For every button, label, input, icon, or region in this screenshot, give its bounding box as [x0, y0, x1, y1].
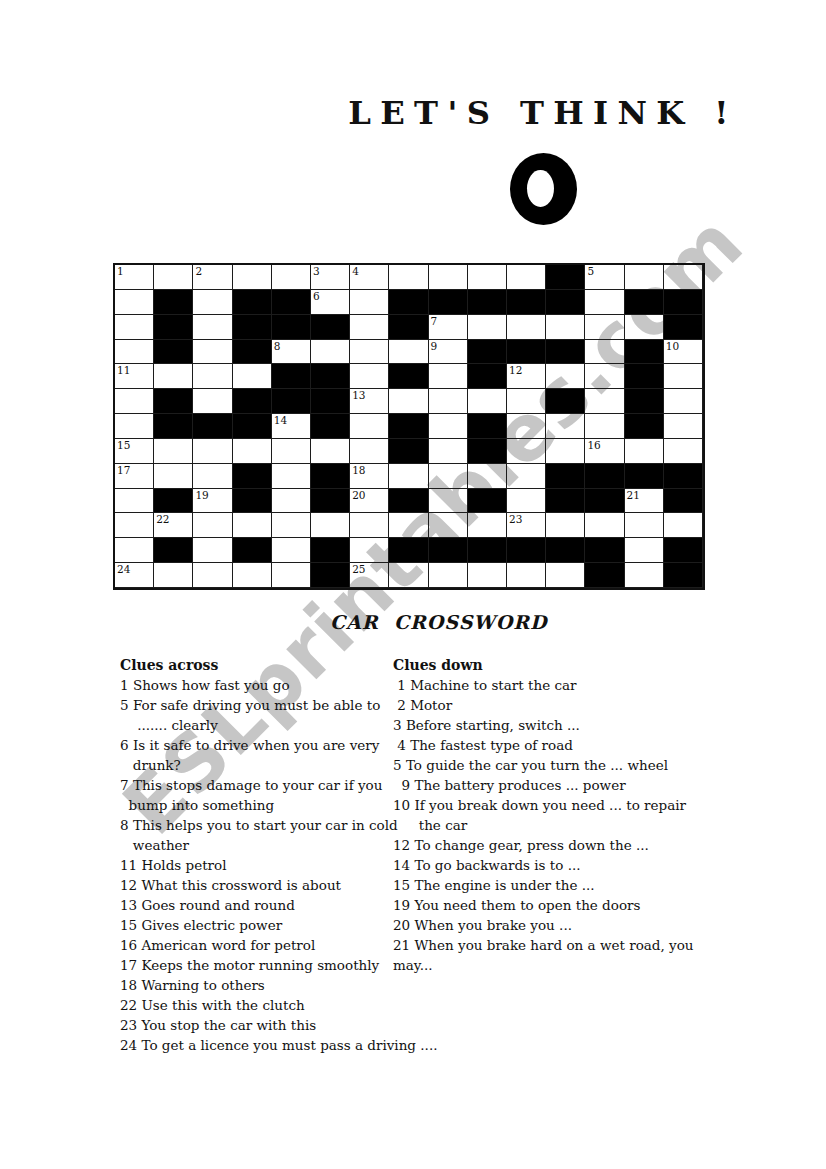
cell-r9c14 — [625, 464, 664, 489]
cell-r1c15[interactable] — [664, 265, 703, 290]
cell-r5c1[interactable]: 11 — [115, 364, 154, 389]
cell-r2c11 — [507, 290, 546, 315]
cell-r1c14[interactable] — [625, 265, 664, 290]
cell-r13c7[interactable]: 25 — [350, 563, 389, 588]
cell-r6c11[interactable] — [507, 389, 546, 414]
cell-r3c14[interactable] — [625, 315, 664, 340]
cell-r11c3[interactable] — [193, 513, 232, 538]
cell-r3c3[interactable] — [193, 315, 232, 340]
cell-r2c10 — [468, 290, 507, 315]
cell-r5c4[interactable] — [233, 364, 272, 389]
cell-r1c7[interactable]: 4 — [350, 265, 389, 290]
clue-down-line-12: 19 You need them to open the doors — [393, 895, 723, 915]
cell-r3c1[interactable] — [115, 315, 154, 340]
clue-down-line-3: 3 Before starting, switch ... — [393, 715, 723, 735]
cell-r4c14 — [625, 340, 664, 365]
cell-r10c1[interactable] — [115, 489, 154, 514]
cell-r13c9[interactable] — [429, 563, 468, 588]
cell-r1c4[interactable] — [233, 265, 272, 290]
cell-r3c2 — [154, 315, 193, 340]
clue-across-line-19: 24 To get a licence you must pass a driv… — [120, 1035, 450, 1055]
cell-r13c4[interactable] — [233, 563, 272, 588]
clue-number-16: 16 — [587, 439, 600, 451]
cell-r2c5 — [272, 290, 311, 315]
crossword-grid: 1234567891011121314151617181920212223242… — [113, 263, 705, 590]
cell-r10c3[interactable]: 19 — [193, 489, 232, 514]
cell-r4c9[interactable]: 9 — [429, 340, 468, 365]
cell-r11c5[interactable] — [272, 513, 311, 538]
cell-r1c12 — [546, 265, 585, 290]
cell-r7c11[interactable] — [507, 414, 546, 439]
cell-r4c10 — [468, 340, 507, 365]
clue-down-line-10: 14 To go backwards is to ... — [393, 855, 723, 875]
clue-down-line-2: 2 Motor — [393, 695, 723, 715]
cell-r12c8 — [389, 538, 428, 563]
cell-r3c6 — [311, 315, 350, 340]
cell-r12c2 — [154, 538, 193, 563]
cell-r7c15[interactable] — [664, 414, 703, 439]
cell-r4c5[interactable]: 8 — [272, 340, 311, 365]
cell-r11c12[interactable] — [546, 513, 585, 538]
cell-r13c6 — [311, 563, 350, 588]
cell-r12c12 — [546, 538, 585, 563]
clue-number-25: 25 — [352, 563, 365, 575]
cell-r3c10[interactable] — [468, 315, 507, 340]
cell-r2c6[interactable]: 6 — [311, 290, 350, 315]
cell-r1c10[interactable] — [468, 265, 507, 290]
cell-r5c12[interactable] — [546, 364, 585, 389]
clue-number-7: 7 — [431, 315, 438, 327]
cell-r11c1[interactable] — [115, 513, 154, 538]
cell-r7c10 — [468, 414, 507, 439]
clue-number-13: 13 — [352, 389, 365, 401]
clue-number-11: 11 — [117, 364, 130, 376]
cell-r9c9[interactable] — [429, 464, 468, 489]
cell-r6c10[interactable] — [468, 389, 507, 414]
cell-r6c12 — [546, 389, 585, 414]
cell-r13c12[interactable] — [546, 563, 585, 588]
cell-r7c12[interactable] — [546, 414, 585, 439]
cell-r9c11[interactable] — [507, 464, 546, 489]
cell-r10c14[interactable]: 21 — [625, 489, 664, 514]
cell-r8c5[interactable] — [272, 439, 311, 464]
cell-r4c11 — [507, 340, 546, 365]
cell-r5c6 — [311, 364, 350, 389]
cell-r7c2 — [154, 414, 193, 439]
cell-r4c2 — [154, 340, 193, 365]
cell-r5c7[interactable] — [350, 364, 389, 389]
cell-r8c7[interactable] — [350, 439, 389, 464]
clue-down-line-8: the car — [393, 815, 723, 835]
cell-r7c1[interactable] — [115, 414, 154, 439]
cell-r10c8 — [389, 489, 428, 514]
cell-r3c11[interactable] — [507, 315, 546, 340]
cell-r2c13[interactable] — [585, 290, 624, 315]
cell-r6c6 — [311, 389, 350, 414]
cell-r3c7[interactable] — [350, 315, 389, 340]
cell-r3c12[interactable] — [546, 315, 585, 340]
clue-across-line-16: 18 Warning to others — [120, 975, 450, 995]
cell-r13c1[interactable]: 24 — [115, 563, 154, 588]
cell-r7c6 — [311, 414, 350, 439]
cell-r2c8 — [389, 290, 428, 315]
cell-r6c15[interactable] — [664, 389, 703, 414]
cell-r11c13[interactable] — [585, 513, 624, 538]
cell-r4c6[interactable] — [311, 340, 350, 365]
cell-r6c14 — [625, 389, 664, 414]
cell-r11c14[interactable] — [625, 513, 664, 538]
cell-r8c10 — [468, 439, 507, 464]
cell-r4c8[interactable] — [389, 340, 428, 365]
cell-r8c12[interactable] — [546, 439, 585, 464]
cell-r2c12 — [546, 290, 585, 315]
cell-r9c2[interactable] — [154, 464, 193, 489]
cell-r4c4 — [233, 340, 272, 365]
clue-down-line-13: 20 When you brake you ... — [393, 915, 723, 935]
cell-r9c7[interactable]: 18 — [350, 464, 389, 489]
cell-r1c2[interactable] — [154, 265, 193, 290]
cell-r4c13[interactable] — [585, 340, 624, 365]
cell-r8c1[interactable]: 15 — [115, 439, 154, 464]
tire-icon — [510, 153, 577, 225]
cell-r2c14 — [625, 290, 664, 315]
cell-r3c4 — [233, 315, 272, 340]
cell-r9c12 — [546, 464, 585, 489]
cell-r10c6 — [311, 489, 350, 514]
clue-number-19: 19 — [195, 489, 208, 501]
cell-r9c15 — [664, 464, 703, 489]
cell-r2c9 — [429, 290, 468, 315]
cell-r3c9[interactable]: 7 — [429, 315, 468, 340]
cell-r11c2[interactable]: 22 — [154, 513, 193, 538]
cell-r11c4[interactable] — [233, 513, 272, 538]
cell-r1c5[interactable] — [272, 265, 311, 290]
cell-r6c3[interactable] — [193, 389, 232, 414]
cell-r12c9 — [429, 538, 468, 563]
cell-r8c2[interactable] — [154, 439, 193, 464]
clue-down-line-4: 4 The fastest type of road — [393, 735, 723, 755]
cell-r6c5 — [272, 389, 311, 414]
cell-r12c14[interactable] — [625, 538, 664, 563]
clue-number-17: 17 — [117, 464, 130, 476]
cell-r9c6 — [311, 464, 350, 489]
cell-r12c6 — [311, 538, 350, 563]
clues-down-header: Clues down — [393, 655, 723, 675]
cell-r4c1[interactable] — [115, 340, 154, 365]
cell-r12c15 — [664, 538, 703, 563]
cell-r1c8[interactable] — [389, 265, 428, 290]
cell-r5c15[interactable] — [664, 364, 703, 389]
cell-r13c2[interactable] — [154, 563, 193, 588]
cell-r10c11[interactable] — [507, 489, 546, 514]
cell-r6c13[interactable] — [585, 389, 624, 414]
cell-r13c5[interactable] — [272, 563, 311, 588]
page-title: LET'S THINK ! — [309, 93, 777, 131]
cell-r11c15[interactable] — [664, 513, 703, 538]
cell-r9c1[interactable]: 17 — [115, 464, 154, 489]
cell-r10c5[interactable] — [272, 489, 311, 514]
clue-number-24: 24 — [117, 563, 130, 575]
cell-r6c9[interactable] — [429, 389, 468, 414]
cell-r5c14 — [625, 364, 664, 389]
cell-r2c4 — [233, 290, 272, 315]
clue-down-line-7: 10 If you break down you need ... to rep… — [393, 795, 723, 815]
clue-number-6: 6 — [313, 290, 320, 302]
cell-r10c15 — [664, 489, 703, 514]
cell-r2c15 — [664, 290, 703, 315]
cell-r10c13 — [585, 489, 624, 514]
clue-number-18: 18 — [352, 464, 365, 476]
cell-r2c1[interactable] — [115, 290, 154, 315]
cell-r7c8 — [389, 414, 428, 439]
cell-r3c15 — [664, 315, 703, 340]
cell-r13c11[interactable] — [507, 563, 546, 588]
cell-r10c10 — [468, 489, 507, 514]
cell-r7c9[interactable] — [429, 414, 468, 439]
cell-r1c6[interactable]: 3 — [311, 265, 350, 290]
cell-r3c8 — [389, 315, 428, 340]
cell-r4c15[interactable]: 10 — [664, 340, 703, 365]
cell-r9c5[interactable] — [272, 464, 311, 489]
cell-r10c7[interactable]: 20 — [350, 489, 389, 514]
cell-r11c10[interactable] — [468, 513, 507, 538]
clue-across-line-17: 22 Use this with the clutch — [120, 995, 450, 1015]
clue-number-9: 9 — [431, 340, 438, 352]
cell-r3c5 — [272, 315, 311, 340]
cell-r5c10 — [468, 364, 507, 389]
clue-number-4: 4 — [352, 265, 359, 277]
cell-r4c3[interactable] — [193, 340, 232, 365]
cell-r13c3[interactable] — [193, 563, 232, 588]
clue-down-line-5: 5 To guide the car you turn the ... whee… — [393, 755, 723, 775]
clue-number-21: 21 — [627, 489, 640, 501]
cell-r10c12 — [546, 489, 585, 514]
cell-r12c10 — [468, 538, 507, 563]
cell-r5c13[interactable] — [585, 364, 624, 389]
cell-r13c13 — [585, 563, 624, 588]
cell-r8c13[interactable]: 16 — [585, 439, 624, 464]
cell-r10c4 — [233, 489, 272, 514]
cell-r7c5[interactable]: 14 — [272, 414, 311, 439]
clue-number-2: 2 — [195, 265, 202, 277]
cell-r6c7[interactable]: 13 — [350, 389, 389, 414]
clue-number-23: 23 — [509, 513, 522, 525]
cell-r9c3[interactable] — [193, 464, 232, 489]
clue-number-20: 20 — [352, 489, 365, 501]
cell-r8c4[interactable] — [233, 439, 272, 464]
cell-r11c6[interactable] — [311, 513, 350, 538]
cell-r5c9[interactable] — [429, 364, 468, 389]
cell-r6c4 — [233, 389, 272, 414]
cell-r3c13[interactable] — [585, 315, 624, 340]
cell-r8c14[interactable] — [625, 439, 664, 464]
cell-r9c13 — [585, 464, 624, 489]
cell-r8c3[interactable] — [193, 439, 232, 464]
clue-down-line-1: 1 Machine to start the car — [393, 675, 723, 695]
cell-r5c11[interactable]: 12 — [507, 364, 546, 389]
clue-across-line-18: 23 You stop the car with this — [120, 1015, 450, 1035]
cell-r11c11[interactable]: 23 — [507, 513, 546, 538]
cell-r4c12 — [546, 340, 585, 365]
cell-r7c4 — [233, 414, 272, 439]
clue-number-1: 1 — [117, 265, 124, 277]
clue-number-12: 12 — [509, 364, 522, 376]
cell-r7c13[interactable] — [585, 414, 624, 439]
clue-down-line-6: 9 The battery produces ... power — [393, 775, 723, 795]
crossword-subtitle: CAR CROSSWORD — [330, 611, 510, 633]
cell-r13c8[interactable] — [389, 563, 428, 588]
clue-number-8: 8 — [274, 340, 281, 352]
cell-r1c3[interactable]: 2 — [193, 265, 232, 290]
cell-r10c9[interactable] — [429, 489, 468, 514]
cell-r8c15[interactable] — [664, 439, 703, 464]
cell-r5c8 — [389, 364, 428, 389]
cell-r8c8 — [389, 439, 428, 464]
cell-r1c1[interactable]: 1 — [115, 265, 154, 290]
clue-number-14: 14 — [274, 414, 287, 426]
cell-r12c13 — [585, 538, 624, 563]
cell-r11c7[interactable] — [350, 513, 389, 538]
cell-r12c1[interactable] — [115, 538, 154, 563]
cell-r8c6[interactable] — [311, 439, 350, 464]
cell-r12c11 — [507, 538, 546, 563]
cell-r7c3 — [193, 414, 232, 439]
clue-down-line-14: 21 When you brake hard on a wet road, yo… — [393, 935, 723, 955]
clue-down-line-9: 12 To change gear, press down the ... — [393, 835, 723, 855]
clue-number-5: 5 — [587, 265, 594, 277]
clue-number-22: 22 — [156, 513, 169, 525]
cell-r12c3[interactable] — [193, 538, 232, 563]
cell-r5c3[interactable] — [193, 364, 232, 389]
cell-r7c7[interactable] — [350, 414, 389, 439]
cell-r9c4 — [233, 464, 272, 489]
cell-r6c8[interactable] — [389, 389, 428, 414]
clue-down-line-15: may... — [393, 955, 723, 975]
cell-r8c11[interactable] — [507, 439, 546, 464]
cell-r2c3[interactable] — [193, 290, 232, 315]
worksheet-page: ESLprintables.com LET'S THINK ! 12345678… — [0, 0, 826, 1169]
cell-r8c9[interactable] — [429, 439, 468, 464]
clues-down-section: Clues down 1 Machine to start the car 2 … — [393, 655, 723, 975]
cell-r11c9[interactable] — [429, 513, 468, 538]
cell-r2c7[interactable] — [350, 290, 389, 315]
clue-number-15: 15 — [117, 439, 130, 451]
cell-r12c5[interactable] — [272, 538, 311, 563]
clue-number-10: 10 — [666, 340, 679, 352]
cell-r10c2 — [154, 489, 193, 514]
cell-r6c1[interactable] — [115, 389, 154, 414]
clues-down-list: 1 Machine to start the car 2 Motor3 Befo… — [393, 675, 723, 975]
cell-r13c15 — [664, 563, 703, 588]
cell-r2c2 — [154, 290, 193, 315]
cell-r5c5 — [272, 364, 311, 389]
cell-r4c7[interactable] — [350, 340, 389, 365]
cell-r11c8[interactable] — [389, 513, 428, 538]
cell-r12c7[interactable] — [350, 538, 389, 563]
cell-r12c4 — [233, 538, 272, 563]
clue-number-3: 3 — [313, 265, 320, 277]
cell-r5c2[interactable] — [154, 364, 193, 389]
cell-r1c13[interactable]: 5 — [585, 265, 624, 290]
cell-r1c9[interactable] — [429, 265, 468, 290]
cell-r9c10[interactable] — [468, 464, 507, 489]
cell-r9c8[interactable] — [389, 464, 428, 489]
tire-hole — [527, 170, 554, 207]
cell-r13c14[interactable] — [625, 563, 664, 588]
clue-down-line-11: 15 The engine is under the ... — [393, 875, 723, 895]
cell-r6c2 — [154, 389, 193, 414]
cell-r13c10[interactable] — [468, 563, 507, 588]
cell-r7c14 — [625, 414, 664, 439]
cell-r1c11[interactable] — [507, 265, 546, 290]
